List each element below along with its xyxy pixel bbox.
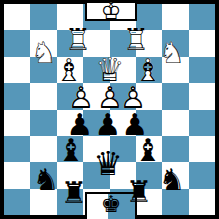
black-rook-1[interactable]: ♜ (55, 173, 93, 211)
black-knight-glyph: ♞ (153, 160, 191, 198)
black-knight-2[interactable]: ♞ (153, 160, 191, 198)
chessboard-frame: ♚♔♜♖♜♖♞♘♞♘♝♗♛♕♝♗♟♙♟♙♟♙♟♟♟♝♝♛♞♞♜♜♚ (0, 0, 219, 219)
black-rook-glyph: ♜ (55, 173, 93, 211)
black-king[interactable]: ♚ (92, 185, 130, 219)
black-king-glyph: ♚ (92, 185, 130, 219)
pieces-layer: ♚♔♜♖♜♖♞♘♞♘♝♗♛♕♝♗♟♙♟♙♟♙♟♟♟♝♝♛♞♞♜♜♚ (0, 0, 219, 219)
